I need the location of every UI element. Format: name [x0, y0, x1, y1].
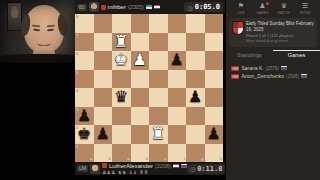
square-h5[interactable]	[205, 70, 224, 89]
tournament-shield-icon	[233, 22, 243, 34]
nav-item-games[interactable]: ♟GAMES	[252, 2, 272, 15]
file-label: h	[220, 157, 222, 161]
file-label: d	[146, 157, 148, 161]
top-player-bar: 60 mihber (2305) ◷ 0:05.0	[75, 0, 225, 14]
square-c3[interactable]	[112, 107, 131, 126]
black-pawn[interactable]: ♟	[94, 125, 113, 144]
rank-label: 6	[76, 52, 78, 56]
square-b1[interactable]: b	[94, 144, 113, 163]
nav-item-live[interactable]: ⚑LIVE	[231, 2, 251, 15]
square-f8[interactable]	[168, 14, 187, 33]
square-c2[interactable]	[112, 125, 131, 144]
rank-label: 7	[76, 34, 78, 38]
black-pawn[interactable]: ♟	[168, 51, 187, 70]
square-g7[interactable]	[186, 33, 205, 52]
rank-label: 8	[76, 15, 78, 19]
bottom-player-bar: LM LutherAlexander (2208) ♟♟♟♞♞♝♝♜♜ ◷ 0:…	[75, 162, 225, 175]
square-h7[interactable]	[205, 33, 224, 52]
square-g8[interactable]	[186, 14, 205, 33]
nav-label: WATCH	[277, 11, 289, 15]
nav-item-more[interactable]: ☰MORE	[295, 2, 315, 15]
rank-label: 4	[76, 89, 78, 93]
file-label: e	[164, 157, 166, 161]
tournament-card[interactable]: Early Titled Sunday Blitz February 16, 2…	[229, 18, 317, 47]
patron-icon	[101, 5, 106, 10]
square-f1[interactable]: f	[168, 144, 187, 163]
square-d8[interactable]	[131, 14, 150, 33]
player-rating: (2579)	[266, 66, 279, 71]
clock-icon: ◷	[187, 4, 192, 11]
square-d5[interactable]	[131, 70, 150, 89]
flag-icon	[301, 74, 307, 78]
square-e1[interactable]: e	[149, 144, 168, 163]
tournament-title: Early Titled Sunday Blitz February 16, 2…	[246, 21, 314, 33]
nav-label: LIVE	[237, 11, 245, 15]
square-b8[interactable]	[94, 14, 113, 33]
flag-icon	[281, 66, 287, 70]
webcam-video	[0, 0, 75, 63]
square-f5[interactable]	[168, 70, 187, 89]
square-f4[interactable]	[168, 88, 187, 107]
square-e7[interactable]	[149, 33, 168, 52]
captured-bishops: ♝♝	[128, 169, 137, 175]
bottom-player-avatar[interactable]	[90, 164, 100, 174]
square-a8[interactable]: 8	[75, 14, 94, 33]
flag-icon	[154, 5, 160, 9]
flag-icon	[181, 164, 187, 168]
square-g3[interactable]	[186, 107, 205, 126]
top-player-badge: 60	[77, 4, 87, 11]
top-player-avatar[interactable]	[89, 2, 99, 12]
black-pawn[interactable]: ♟	[205, 125, 224, 144]
panel-nav: ⚑LIVE♟GAMES♛WATCH☰MORE	[226, 0, 320, 16]
square-f7[interactable]	[168, 33, 187, 52]
captured-knights: ♞♞	[117, 169, 126, 175]
flag-icon	[173, 164, 179, 168]
square-b3[interactable]	[94, 107, 113, 126]
nav-label: GAMES	[256, 11, 269, 15]
pawn-icon: ♟	[259, 2, 265, 10]
captured-rooks: ♜♜	[139, 169, 148, 175]
rank-label: 5	[76, 71, 78, 75]
patron-icon	[102, 163, 107, 168]
square-a6[interactable]: 6	[75, 51, 94, 70]
games-player-list: GMSarana K.(2579)GMAnton_Demchenko(2506)	[226, 64, 320, 80]
file-label: a	[90, 157, 92, 161]
black-king[interactable]: ♚	[75, 125, 94, 144]
flag-icon	[146, 5, 152, 9]
top-clock-pill: ◷ 0:05.0	[184, 2, 223, 12]
nav-item-watch[interactable]: ♛WATCH	[274, 2, 294, 15]
black-pawn[interactable]: ♟	[75, 107, 94, 126]
tournament-panel: ⚑LIVE♟GAMES♛WATCH☰MORE Early Titled Sund…	[226, 0, 320, 180]
square-e4[interactable]	[149, 88, 168, 107]
square-g5[interactable]	[186, 70, 205, 89]
top-player-rating: (2305)	[128, 4, 144, 10]
player-name: Sarana K.	[241, 65, 263, 71]
square-c5[interactable]	[112, 70, 131, 89]
square-h6[interactable]	[205, 51, 224, 70]
square-b6[interactable]	[94, 51, 113, 70]
square-a1[interactable]: 1a	[75, 144, 94, 163]
square-e3[interactable]	[149, 107, 168, 126]
game-row[interactable]: GMAnton_Demchenko(2506)	[226, 72, 320, 80]
panel-tabs: StandingsGames	[226, 50, 320, 59]
white-king[interactable]: ♚	[112, 51, 131, 70]
bottom-player-clock: 0:11.8	[197, 165, 222, 173]
square-c8[interactable]	[112, 14, 131, 33]
square-b4[interactable]	[94, 88, 113, 107]
gm-title-badge: GM	[231, 74, 239, 79]
bottom-player-badge: LM	[77, 165, 88, 172]
black-pawn[interactable]: ♟	[186, 88, 205, 107]
game-row[interactable]: GMSarana K.(2579)	[226, 64, 320, 72]
square-g1[interactable]: g	[186, 144, 205, 163]
black-queen[interactable]: ♛	[112, 88, 131, 107]
square-d7[interactable]	[131, 33, 150, 52]
square-g2[interactable]	[186, 125, 205, 144]
tournament-subtitle: Most rated during event	[246, 38, 314, 43]
file-label: c	[127, 157, 129, 161]
square-f2[interactable]	[168, 125, 187, 144]
notification-dot	[266, 2, 269, 5]
tab-standings[interactable]: Standings	[226, 50, 273, 59]
square-d2[interactable]	[131, 125, 150, 144]
tab-games[interactable]: Games	[273, 50, 320, 59]
square-e6[interactable]	[149, 51, 168, 70]
square-h3[interactable]	[205, 107, 224, 126]
top-player-name[interactable]: mihber	[108, 4, 126, 10]
square-e5[interactable]	[149, 70, 168, 89]
nav-label: MORE	[300, 11, 311, 15]
bottom-clock-pill: ◷ 0:11.8	[187, 164, 226, 174]
file-label: f	[184, 157, 185, 161]
file-label: g	[201, 157, 203, 161]
white-pawn[interactable]: ♟	[131, 51, 150, 70]
gm-title-badge: GM	[231, 66, 239, 71]
white-rook[interactable]: ♜	[149, 125, 168, 144]
square-d4[interactable]	[131, 88, 150, 107]
square-b5[interactable]	[94, 70, 113, 89]
square-d3[interactable]	[131, 107, 150, 126]
captured-pawns: ♟♟♟	[102, 169, 115, 175]
chess-board[interactable]: 87654321abcdefgh♜♚♟♟♛♟♟♚♟♜♟	[75, 14, 223, 162]
player-rating: (2506)	[286, 74, 299, 79]
square-h4[interactable]	[205, 88, 224, 107]
square-a4[interactable]: 4	[75, 88, 94, 107]
square-b7[interactable]	[94, 33, 113, 52]
flag-icon: ⚑	[238, 2, 244, 10]
square-h1[interactable]: h	[205, 144, 224, 163]
square-d1[interactable]: d	[131, 144, 150, 163]
square-f3[interactable]	[168, 107, 187, 126]
top-player-clock: 0:05.0	[195, 3, 220, 11]
crown-icon: ♛	[281, 2, 287, 10]
rank-label: 1	[76, 145, 78, 149]
square-a5[interactable]: 5	[75, 70, 94, 89]
square-e8[interactable]	[149, 14, 168, 33]
webcam-vignette	[0, 0, 75, 63]
square-h8[interactable]	[205, 14, 224, 33]
square-c1[interactable]: c	[112, 144, 131, 163]
square-a7[interactable]: 7	[75, 33, 94, 52]
white-rook[interactable]: ♜	[112, 33, 131, 52]
captured-pieces-tray: ♟♟♟♞♞♝♝♜♜	[102, 169, 187, 175]
stream-screenshot: 60 mihber (2305) ◷ 0:05.0 87654321abcdef…	[0, 0, 320, 180]
square-g6[interactable]	[186, 51, 205, 70]
file-label: b	[109, 157, 111, 161]
menu-icon: ☰	[302, 2, 308, 10]
player-name: Anton_Demchenko	[241, 73, 284, 79]
clock-icon: ◷	[190, 165, 195, 172]
